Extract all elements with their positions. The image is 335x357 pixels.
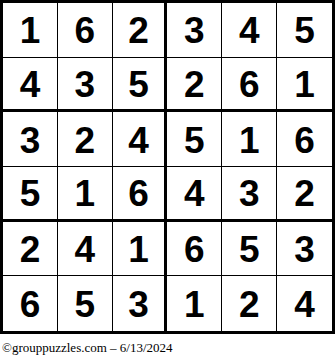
cell-digit: 6 xyxy=(239,66,260,103)
cell-digit: 4 xyxy=(239,12,260,49)
cell-digit: 5 xyxy=(294,12,315,49)
cell-digit: 5 xyxy=(74,286,95,323)
cell-r5c4: 6 xyxy=(167,222,222,277)
copyright-text: ©grouppuzzles.com – 6/13/2024 xyxy=(2,340,173,356)
cell-r5c6: 3 xyxy=(277,222,332,277)
cell-r1c2: 6 xyxy=(58,3,113,58)
cell-digit: 1 xyxy=(239,122,260,159)
cell-digit: 4 xyxy=(20,66,41,103)
cell-digit: 3 xyxy=(239,175,260,212)
cell-digit: 6 xyxy=(74,12,95,49)
cell-digit: 5 xyxy=(239,231,260,268)
cell-digit: 5 xyxy=(184,122,205,159)
cell-r1c1: 1 xyxy=(3,3,58,58)
cell-digit: 4 xyxy=(294,286,315,323)
cell-r5c2: 4 xyxy=(58,222,113,277)
cell-r4c6: 2 xyxy=(277,167,332,222)
cell-digit: 5 xyxy=(20,175,41,212)
cell-digit: 1 xyxy=(128,231,149,268)
cell-r4c4: 4 xyxy=(167,167,222,222)
cell-digit: 2 xyxy=(239,286,260,323)
cell-digit: 2 xyxy=(184,66,205,103)
cell-r2c1: 4 xyxy=(3,58,58,113)
cell-r5c3: 1 xyxy=(113,222,168,277)
cell-r4c1: 5 xyxy=(3,167,58,222)
cell-r3c3: 4 xyxy=(113,112,168,167)
cell-digit: 1 xyxy=(74,175,95,212)
cell-r2c4: 2 xyxy=(167,58,222,113)
cell-r4c2: 1 xyxy=(58,167,113,222)
cell-r1c6: 5 xyxy=(277,3,332,58)
cell-r2c2: 3 xyxy=(58,58,113,113)
cell-r3c1: 3 xyxy=(3,112,58,167)
cell-digit: 5 xyxy=(128,66,149,103)
cell-digit: 4 xyxy=(74,231,95,268)
cell-r2c6: 1 xyxy=(277,58,332,113)
cell-digit: 1 xyxy=(20,12,41,49)
cell-r1c3: 2 xyxy=(113,3,168,58)
cell-digit: 6 xyxy=(20,286,41,323)
cell-digit: 3 xyxy=(128,286,149,323)
cell-r3c4: 5 xyxy=(167,112,222,167)
cell-r6c1: 6 xyxy=(3,276,58,331)
cell-digit: 2 xyxy=(294,175,315,212)
cell-r4c3: 6 xyxy=(113,167,168,222)
cell-r2c3: 5 xyxy=(113,58,168,113)
cell-digit: 4 xyxy=(184,175,205,212)
cell-digit: 6 xyxy=(294,122,315,159)
cell-r6c6: 4 xyxy=(277,276,332,331)
cell-r1c5: 4 xyxy=(222,3,277,58)
cell-r6c3: 3 xyxy=(113,276,168,331)
cell-digit: 2 xyxy=(20,231,41,268)
cell-r6c2: 5 xyxy=(58,276,113,331)
cell-digit: 3 xyxy=(294,231,315,268)
cell-digit: 2 xyxy=(128,12,149,49)
cell-r5c1: 2 xyxy=(3,222,58,277)
cell-r6c5: 2 xyxy=(222,276,277,331)
cell-digit: 3 xyxy=(74,66,95,103)
cell-r4c5: 3 xyxy=(222,167,277,222)
sudoku-board: 162345435261324516516432241653653124 xyxy=(0,0,335,334)
cell-digit: 1 xyxy=(184,286,205,323)
cell-digit: 6 xyxy=(128,175,149,212)
cell-r2c5: 6 xyxy=(222,58,277,113)
cell-r3c2: 2 xyxy=(58,112,113,167)
cell-digit: 3 xyxy=(20,122,41,159)
cell-digit: 2 xyxy=(74,122,95,159)
cell-r5c5: 5 xyxy=(222,222,277,277)
cell-digit: 1 xyxy=(294,66,315,103)
cell-r3c6: 6 xyxy=(277,112,332,167)
cell-digit: 3 xyxy=(184,12,205,49)
cell-r1c4: 3 xyxy=(167,3,222,58)
cell-r6c4: 1 xyxy=(167,276,222,331)
cell-digit: 4 xyxy=(128,122,149,159)
cell-digit: 6 xyxy=(184,231,205,268)
cell-r3c5: 1 xyxy=(222,112,277,167)
